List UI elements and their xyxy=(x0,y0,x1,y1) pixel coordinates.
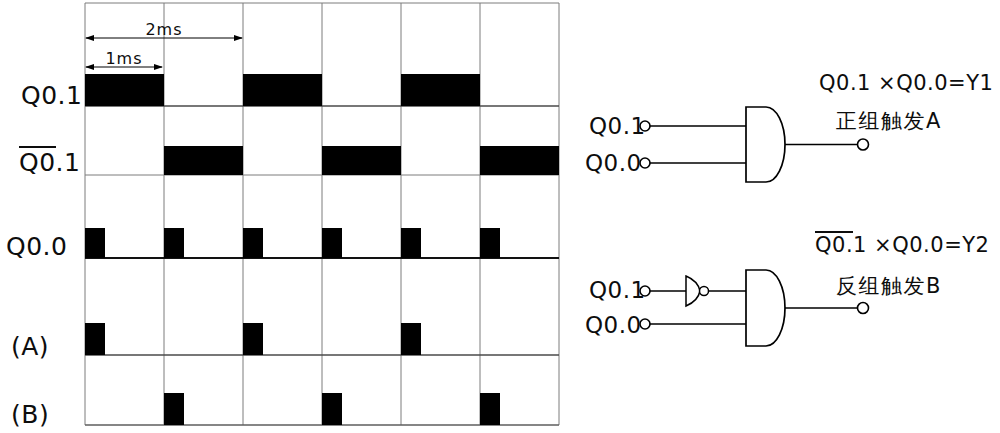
waveform-bar-A xyxy=(85,323,105,355)
dimension-label-2ms: 2ms xyxy=(85,22,243,38)
waveform-bar-A xyxy=(401,323,421,355)
gate2-equation-rest: 1 ×Q0.0=Y2 xyxy=(853,231,989,256)
signal-label-q01-not-overlined: Q0 xyxy=(19,146,56,175)
waveform-bar-B xyxy=(322,393,342,425)
gate2-and-gate xyxy=(746,270,785,346)
signal-label-b-text: (B) xyxy=(11,400,49,429)
gate1-equation: Q0.1 ×Q0.0=Y1 xyxy=(819,73,993,94)
gate2-inverter-bubble xyxy=(700,287,709,296)
waveform-bar-Q0.0 xyxy=(243,228,263,258)
waveform-bar-B xyxy=(164,393,184,425)
waveform-bar-B xyxy=(480,393,500,425)
signal-label-q01-not: Q0.1 xyxy=(19,146,80,175)
dimension-label-1ms: 1ms xyxy=(85,51,163,67)
signal-label-q00: Q0.0 xyxy=(6,234,67,259)
gate2-input-label-q00: Q0.0 xyxy=(585,314,642,337)
waveform-bar-Q0.1 xyxy=(401,74,480,106)
signal-label-q01-not-rest: .1 xyxy=(56,146,81,175)
gate2-output-terminal xyxy=(858,303,869,314)
waveform-bar-A xyxy=(243,323,263,355)
gate2-inverter xyxy=(686,276,700,306)
waveform-bar-Q0.0 xyxy=(164,228,184,258)
signal-label-q01: Q0.1 xyxy=(21,83,82,108)
waveform-bar-Q0.1-inverted xyxy=(322,146,401,175)
waveform-bar-Q0.0 xyxy=(85,228,105,258)
plc-timing-logic-diagram: Q0.1 Q0.1 Q0.0 (A) (B) 2ms 1ms Q0.1 Q0.0… xyxy=(0,0,1000,433)
signal-label-a: (A) xyxy=(11,334,49,359)
waveform-bar-Q0.1-inverted xyxy=(480,146,559,175)
gate1-output-terminal xyxy=(858,139,869,150)
waveform-bar-Q0.0 xyxy=(401,228,421,258)
gate2-equation: Q0.1 ×Q0.0=Y2 xyxy=(815,231,989,256)
gate2-caption: 反组触发B xyxy=(836,276,942,297)
gate2-equation-overlined: Q0. xyxy=(815,231,853,256)
waveform-bar-Q0.1 xyxy=(85,74,164,106)
waveform-bar-Q0.1 xyxy=(243,74,322,106)
gate1-input-label-q00: Q0.0 xyxy=(585,152,642,175)
signal-label-a-text: (A) xyxy=(11,332,49,361)
gate2-input-label-q01: Q0.1 xyxy=(589,279,646,302)
signal-label-q00-text: Q0.0 xyxy=(6,232,67,261)
gate1-input-label-q01: Q0.1 xyxy=(589,115,646,138)
waveform-bar-Q0.1-inverted xyxy=(164,146,243,175)
waveform-bar-Q0.0 xyxy=(322,228,342,258)
signal-label-q01-text: Q0.1 xyxy=(21,81,82,110)
gate1-caption: 正组触发A xyxy=(836,111,942,132)
waveform-bar-Q0.0 xyxy=(480,228,500,258)
gate1-and-gate xyxy=(746,107,785,182)
signal-label-b: (B) xyxy=(11,402,49,427)
